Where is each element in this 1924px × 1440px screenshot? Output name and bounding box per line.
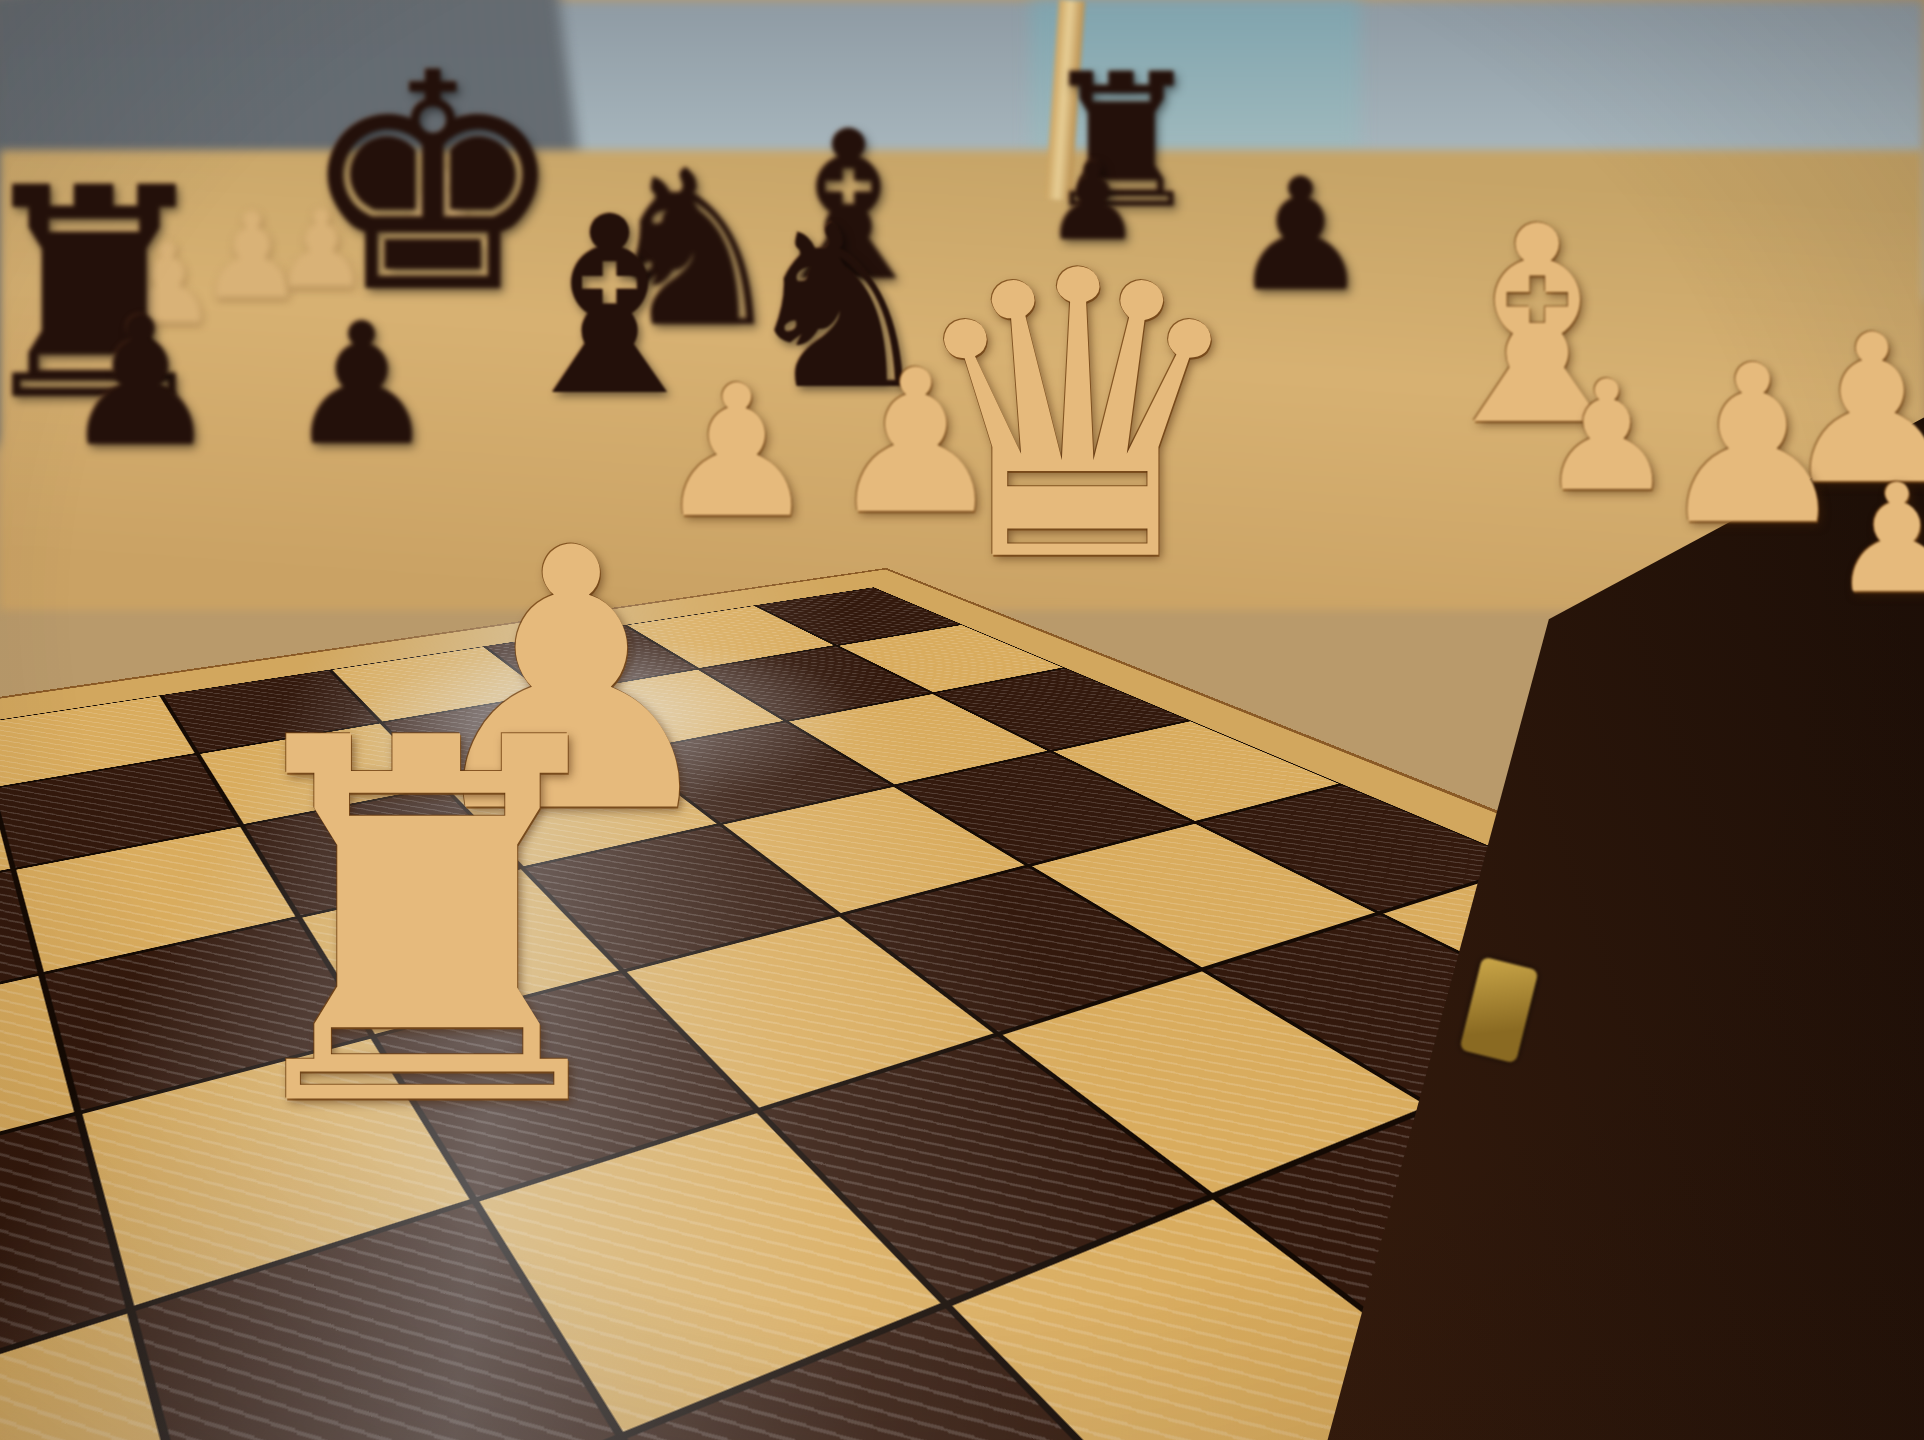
white-queen-e4[interactable]: ♛ [900, 221, 1254, 616]
photo-stage: 87654321abcdefgh ♟♟♟♟ ♜♟♚♟♝♞♞♝♟♜♟♜♟♟♟♛♝♟… [0, 0, 1924, 1440]
white-pawn-h3[interactable]: ♟ [1830, 464, 1924, 614]
white-pawn-g3[interactable]: ♟ [1655, 336, 1850, 554]
white-rook-a2[interactable]: ♜ [203, 675, 651, 1175]
black-pawn-a7[interactable]: ♟ [61, 294, 221, 472]
black-pawn-b6[interactable]: ♟ [286, 301, 437, 469]
